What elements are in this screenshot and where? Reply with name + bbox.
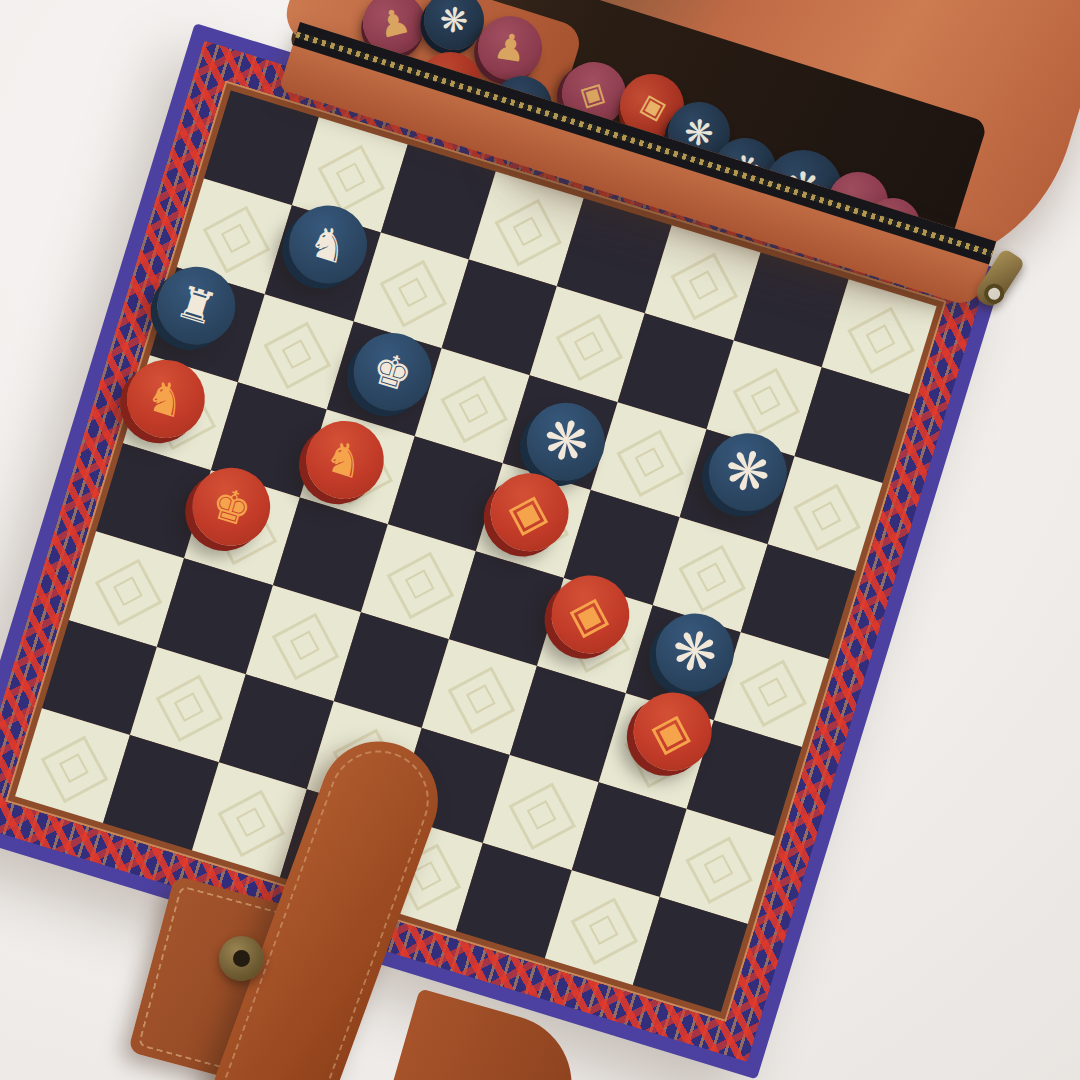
starburst-symbol-icon: ❋ xyxy=(438,2,470,39)
knight-symbol-icon: ♞ xyxy=(303,218,354,272)
knight-symbol-icon: ♞ xyxy=(319,433,370,487)
checker-symbol-icon: ❋ xyxy=(536,409,595,474)
checker-symbol-icon: ◈ xyxy=(563,583,619,647)
checker-symbol-icon: ❋ xyxy=(665,620,724,685)
king-symbol-icon: ♚ xyxy=(367,345,418,399)
pawn-symbol-icon: ♟ xyxy=(491,28,529,69)
diamond-symbol-icon: ◈ xyxy=(634,85,671,127)
checker-symbol-icon: ◈ xyxy=(502,480,558,544)
knight-symbol-icon: ♞ xyxy=(141,372,192,426)
photo-scene: ♞♜♚❋❋♞♞◈♚◈❋◈ ♟❋♟♞❋◈◈❋❋❋ xyxy=(0,0,1080,1080)
pawn-symbol-icon: ♟ xyxy=(375,2,414,44)
checker-symbol-icon: ◈ xyxy=(644,700,700,764)
king-symbol-icon: ♚ xyxy=(206,480,257,534)
checker-symbol-icon: ❋ xyxy=(718,439,777,504)
rook-symbol-icon: ♜ xyxy=(171,279,222,333)
brass-snap-button-icon xyxy=(219,936,264,981)
